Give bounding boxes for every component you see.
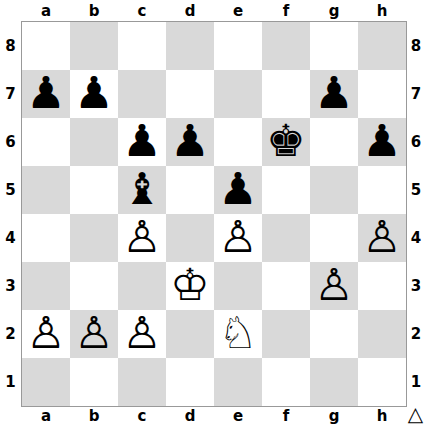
square-f2[interactable] xyxy=(262,310,310,358)
square-c3[interactable] xyxy=(118,262,166,310)
square-g3[interactable]: ♙ xyxy=(310,262,358,310)
square-e8[interactable] xyxy=(214,22,262,70)
square-c7[interactable] xyxy=(118,70,166,118)
black-king-f6: ♚ xyxy=(266,119,305,163)
white-pawn-h4: ♙ xyxy=(362,215,401,259)
square-h3[interactable] xyxy=(358,262,406,310)
file-label-e-top: e xyxy=(214,0,262,21)
square-h7[interactable] xyxy=(358,70,406,118)
rank-label-2-left: 2 xyxy=(0,310,21,358)
square-a2[interactable]: ♙ xyxy=(22,310,70,358)
black-pawn-g7: ♟ xyxy=(314,71,353,115)
white-knight-e2: ♘ xyxy=(218,311,257,355)
square-a7[interactable]: ♟ xyxy=(22,70,70,118)
square-e2[interactable]: ♘ xyxy=(214,310,262,358)
square-e7[interactable] xyxy=(214,70,262,118)
file-label-f-top: f xyxy=(262,0,310,21)
square-g5[interactable] xyxy=(310,166,358,214)
file-label-h-bottom: h xyxy=(358,406,406,426)
rank-label-5-left: 5 xyxy=(0,166,21,214)
square-b1[interactable] xyxy=(70,358,118,406)
file-label-f-bottom: f xyxy=(262,406,310,426)
square-e6[interactable] xyxy=(214,118,262,166)
rank-label-7-right: 7 xyxy=(406,70,426,118)
square-d5[interactable] xyxy=(166,166,214,214)
rank-labels-right: 87654321 xyxy=(406,22,426,406)
white-pawn-e4: ♙ xyxy=(218,215,257,259)
square-h6[interactable]: ♟ xyxy=(358,118,406,166)
square-g8[interactable] xyxy=(310,22,358,70)
square-h8[interactable] xyxy=(358,22,406,70)
file-labels-top: abcdefgh xyxy=(22,0,406,21)
white-pawn-b2: ♙ xyxy=(74,311,113,355)
white-pawn-c2: ♙ xyxy=(122,311,161,355)
square-h4[interactable]: ♙ xyxy=(358,214,406,262)
square-g4[interactable] xyxy=(310,214,358,262)
square-b6[interactable] xyxy=(70,118,118,166)
rank-label-8-left: 8 xyxy=(0,22,21,70)
rank-label-3-left: 3 xyxy=(0,262,21,310)
square-f1[interactable] xyxy=(262,358,310,406)
square-e4[interactable]: ♙ xyxy=(214,214,262,262)
square-c4[interactable]: ♙ xyxy=(118,214,166,262)
black-pawn-c6: ♟ xyxy=(122,119,161,163)
black-pawn-a7: ♟ xyxy=(26,71,65,115)
square-c2[interactable]: ♙ xyxy=(118,310,166,358)
square-f3[interactable] xyxy=(262,262,310,310)
square-c1[interactable] xyxy=(118,358,166,406)
rank-label-1-right: 1 xyxy=(406,358,426,406)
square-b2[interactable]: ♙ xyxy=(70,310,118,358)
black-pawn-h6: ♟ xyxy=(362,119,401,163)
square-d1[interactable] xyxy=(166,358,214,406)
white-pawn-g3: ♙ xyxy=(314,263,353,307)
rank-label-2-right: 2 xyxy=(406,310,426,358)
white-king-d3: ♔ xyxy=(170,263,209,307)
file-label-g-bottom: g xyxy=(310,406,358,426)
file-label-g-top: g xyxy=(310,0,358,21)
square-g7[interactable]: ♟ xyxy=(310,70,358,118)
square-e1[interactable] xyxy=(214,358,262,406)
file-label-a-bottom: a xyxy=(22,406,70,426)
file-labels-bottom: abcdefgh xyxy=(22,406,406,426)
square-a3[interactable] xyxy=(22,262,70,310)
square-g2[interactable] xyxy=(310,310,358,358)
square-d7[interactable] xyxy=(166,70,214,118)
rank-label-5-right: 5 xyxy=(406,166,426,214)
square-d2[interactable] xyxy=(166,310,214,358)
square-c5[interactable]: ♝ xyxy=(118,166,166,214)
file-label-e-bottom: e xyxy=(214,406,262,426)
rank-label-3-right: 3 xyxy=(406,262,426,310)
black-pawn-e5: ♟ xyxy=(218,167,257,211)
square-a6[interactable] xyxy=(22,118,70,166)
rank-label-1-left: 1 xyxy=(0,358,21,406)
black-bishop-c5: ♝ xyxy=(122,167,161,211)
square-a8[interactable] xyxy=(22,22,70,70)
file-label-d-bottom: d xyxy=(166,406,214,426)
file-label-d-top: d xyxy=(166,0,214,21)
square-h2[interactable] xyxy=(358,310,406,358)
rank-label-6-left: 6 xyxy=(0,118,21,166)
black-pawn-d6: ♟ xyxy=(170,119,209,163)
white-to-move-indicator-icon: △ xyxy=(405,401,426,426)
square-h1[interactable] xyxy=(358,358,406,406)
square-d6[interactable]: ♟ xyxy=(166,118,214,166)
square-b7[interactable]: ♟ xyxy=(70,70,118,118)
square-g6[interactable] xyxy=(310,118,358,166)
square-f5[interactable] xyxy=(262,166,310,214)
file-label-a-top: a xyxy=(22,0,70,21)
square-b5[interactable] xyxy=(70,166,118,214)
square-c6[interactable]: ♟ xyxy=(118,118,166,166)
white-pawn-c4: ♙ xyxy=(122,215,161,259)
file-label-b-bottom: b xyxy=(70,406,118,426)
square-c8[interactable] xyxy=(118,22,166,70)
square-g1[interactable] xyxy=(310,358,358,406)
square-d4[interactable] xyxy=(166,214,214,262)
square-f4[interactable] xyxy=(262,214,310,262)
rank-label-6-right: 6 xyxy=(406,118,426,166)
square-f7[interactable] xyxy=(262,70,310,118)
square-e5[interactable]: ♟ xyxy=(214,166,262,214)
square-e3[interactable] xyxy=(214,262,262,310)
square-a5[interactable] xyxy=(22,166,70,214)
file-label-c-top: c xyxy=(118,0,166,21)
square-f6[interactable]: ♚ xyxy=(262,118,310,166)
square-a1[interactable] xyxy=(22,358,70,406)
chess-board: ♟♟♟♟♟♚♟♝♟♙♙♙♔♙♙♙♙♘ xyxy=(21,21,407,407)
rank-label-8-right: 8 xyxy=(406,22,426,70)
chess-diagram: abcdefgh 87654321 ♟♟♟♟♟♚♟♝♟♙♙♙♔♙♙♙♙♘ 876… xyxy=(0,0,426,426)
rank-label-4-left: 4 xyxy=(0,214,21,262)
white-pawn-a2: ♙ xyxy=(26,311,65,355)
file-label-b-top: b xyxy=(70,0,118,21)
rank-label-4-right: 4 xyxy=(406,214,426,262)
black-pawn-b7: ♟ xyxy=(74,71,113,115)
square-d8[interactable] xyxy=(166,22,214,70)
square-d3[interactable]: ♔ xyxy=(166,262,214,310)
square-b3[interactable] xyxy=(70,262,118,310)
square-b4[interactable] xyxy=(70,214,118,262)
square-h5[interactable] xyxy=(358,166,406,214)
rank-label-7-left: 7 xyxy=(0,70,21,118)
rank-labels-left: 87654321 xyxy=(0,22,21,406)
file-label-h-top: h xyxy=(358,0,406,21)
square-a4[interactable] xyxy=(22,214,70,262)
square-b8[interactable] xyxy=(70,22,118,70)
square-f8[interactable] xyxy=(262,22,310,70)
file-label-c-bottom: c xyxy=(118,406,166,426)
